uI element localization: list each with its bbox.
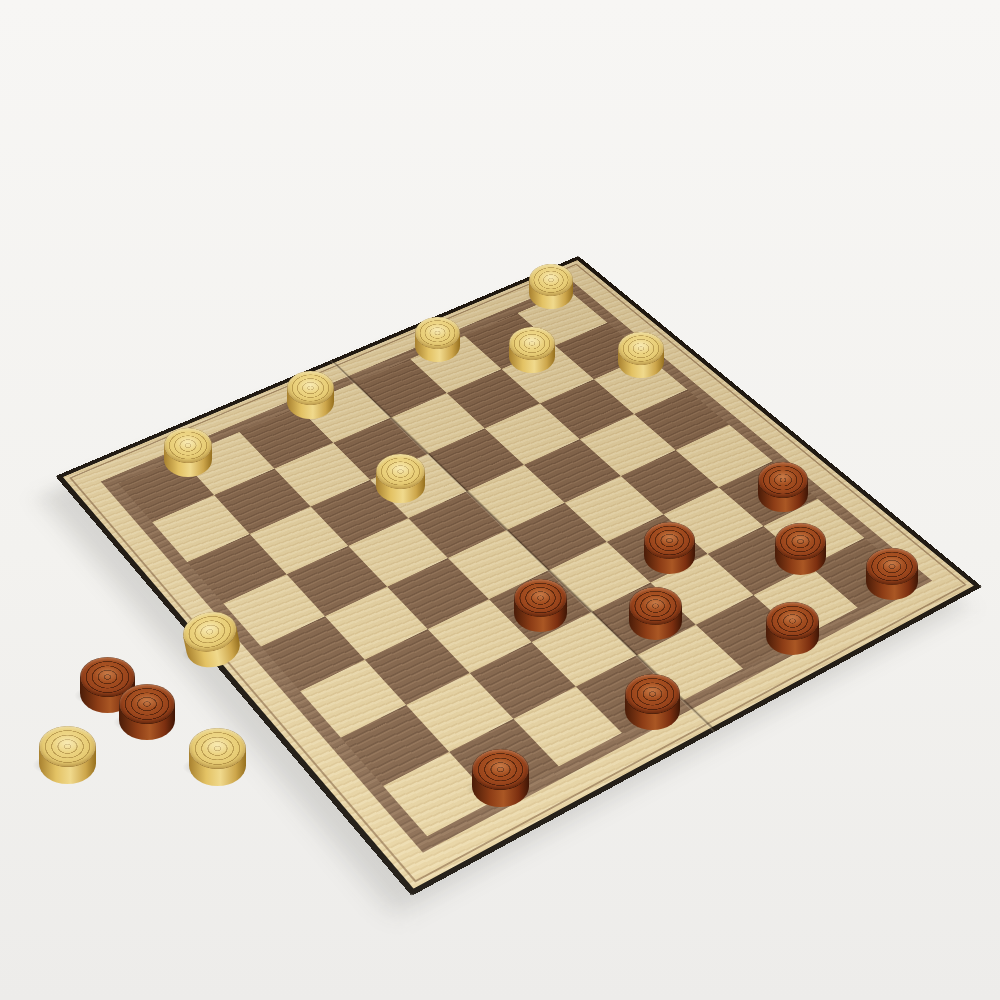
piece-top-rings: [758, 462, 808, 498]
piece-top-rings: [629, 587, 682, 625]
piece-top-rings: [618, 332, 664, 365]
piece-top-rings: [509, 327, 555, 360]
piece-top-rings: [376, 454, 425, 489]
piece-top-rings: [164, 428, 212, 463]
piece-top-rings: [766, 602, 819, 640]
piece-top-rings: [472, 749, 529, 790]
piece-top-rings: [644, 522, 695, 559]
piece-top-rings: [119, 684, 175, 724]
piece-top-rings: [189, 728, 246, 769]
piece-top-rings: [514, 579, 567, 617]
piece-top-rings: [529, 264, 573, 296]
piece-top-rings: [287, 371, 334, 405]
piece-top-rings: [625, 674, 680, 714]
photo-scene: [0, 0, 1000, 1000]
piece-top-rings: [775, 523, 826, 560]
piece-top-rings: [39, 726, 96, 767]
pieces-layer: [0, 0, 1000, 1000]
piece-top-rings: [415, 317, 460, 349]
piece-top-rings: [866, 548, 918, 585]
